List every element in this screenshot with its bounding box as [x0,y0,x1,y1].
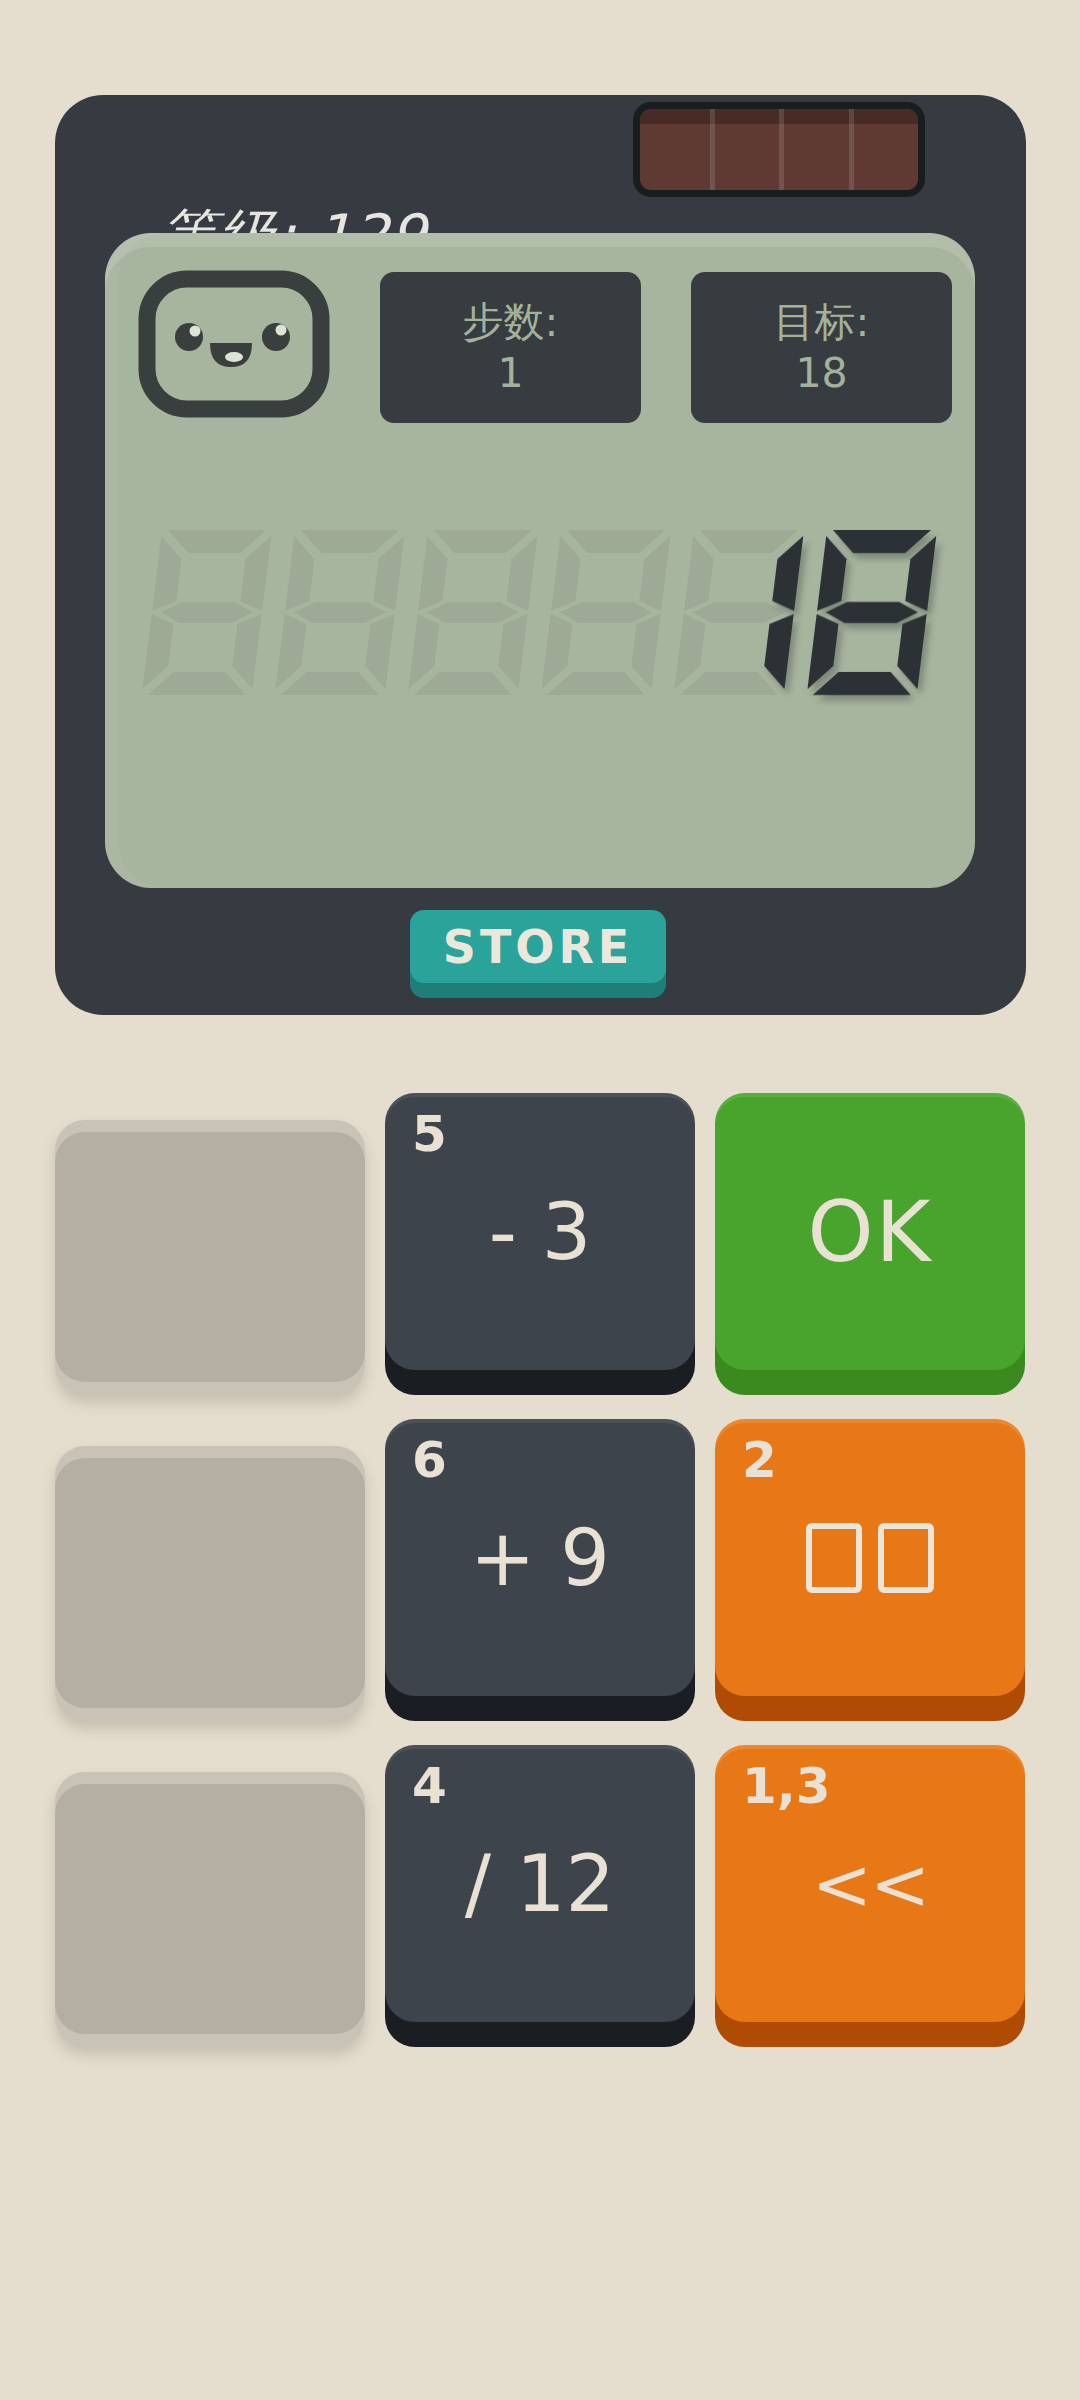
key-label: OK [807,1190,932,1274]
empty-key-slot [55,1446,365,1721]
empty-key-slot [55,1772,365,2047]
solar-divider [779,109,784,190]
store-button[interactable]: STORE [410,910,666,983]
empty-key-face [55,1132,365,1382]
moves-label: 步数: [463,302,559,343]
goal-box: 目标: 18 [691,272,952,423]
calculator-game-screen: 等级: 129 步数: 1 目标: 18 [0,0,1080,2400]
robot-face-icon [138,270,330,418]
key-label: + 9 [470,1519,610,1597]
key-label: / 12 [465,1845,615,1923]
calculator-body: 等级: 129 步数: 1 目标: 18 [55,95,1026,1015]
goal-value: 18 [795,353,847,394]
solar-divider [849,109,854,190]
empty-key-face [55,1458,365,1708]
lcd-screen: 步数: 1 目标: 18 [105,233,975,888]
goal-label: 目标: [774,302,870,343]
ok-button[interactable]: OK [715,1093,1025,1370]
seven-segment-display [150,530,925,695]
square-outline [806,1523,862,1593]
portal-corner-label: 2 [742,1435,777,1485]
portal-corner-label: 1,3 [742,1761,831,1811]
moves-value: 1 [497,353,523,394]
portal-corner-label: 5 [412,1109,447,1159]
empty-key-slot [55,1120,365,1395]
two-squares-icon [806,1523,934,1593]
squares-button[interactable]: 2 [715,1419,1025,1696]
empty-key-face [55,1784,365,2034]
key-label: << [812,1848,929,1920]
moves-box: 步数: 1 [380,272,641,423]
shift-left-button[interactable]: 1,3<< [715,1745,1025,2022]
portal-corner-label: 6 [412,1435,447,1485]
key-label: - 3 [489,1193,592,1271]
operation-button-+9[interactable]: 6+ 9 [385,1419,695,1696]
portal-corner-label: 4 [412,1761,447,1811]
keypad: 5- 3OK6+ 924/ 121,3<< [55,1093,1025,2047]
operation-button--3[interactable]: 5- 3 [385,1093,695,1370]
solar-panel-icon [633,102,925,197]
operation-button-/12[interactable]: 4/ 12 [385,1745,695,2022]
square-outline [878,1523,934,1593]
solar-divider [710,109,715,190]
